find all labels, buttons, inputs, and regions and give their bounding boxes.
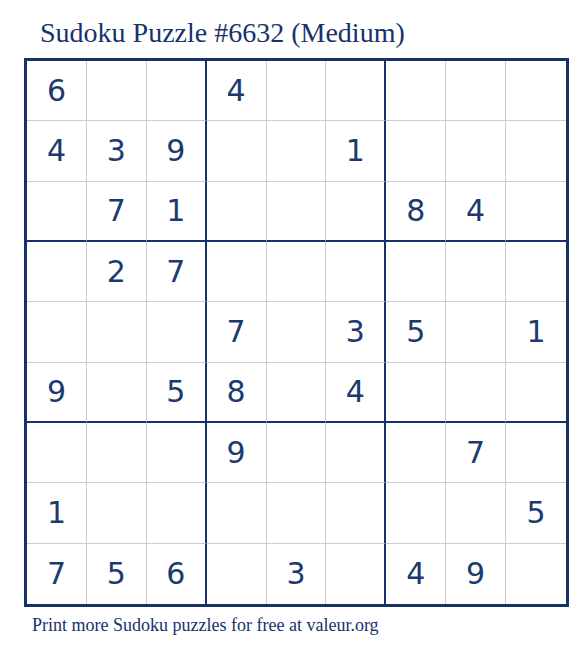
sudoku-cell-empty xyxy=(87,302,147,362)
sudoku-cell-empty xyxy=(506,544,566,604)
sudoku-cell-empty xyxy=(147,483,207,543)
sudoku-cell-given: 7 xyxy=(147,242,207,302)
sudoku-cell-given: 9 xyxy=(207,423,267,483)
sudoku-cell-given: 1 xyxy=(27,483,87,543)
sudoku-cell-given: 2 xyxy=(87,242,147,302)
sudoku-cell-given: 9 xyxy=(147,121,207,181)
sudoku-cell-empty xyxy=(386,61,446,121)
sudoku-cell-empty xyxy=(506,182,566,242)
sudoku-cell-empty xyxy=(87,61,147,121)
sudoku-cell-empty xyxy=(506,242,566,302)
sudoku-cell-given: 5 xyxy=(147,363,207,423)
sudoku-cell-empty xyxy=(207,182,267,242)
sudoku-cell-empty xyxy=(326,544,386,604)
sudoku-cell-given: 3 xyxy=(326,302,386,362)
sudoku-cell-empty xyxy=(267,483,327,543)
sudoku-cell-empty xyxy=(386,423,446,483)
sudoku-cell-empty xyxy=(506,363,566,423)
sudoku-cell-empty xyxy=(207,242,267,302)
sudoku-cell-given: 4 xyxy=(326,363,386,423)
sudoku-cell-given: 6 xyxy=(147,544,207,604)
sudoku-cell-empty xyxy=(326,242,386,302)
sudoku-cell-given: 3 xyxy=(87,121,147,181)
sudoku-cell-empty xyxy=(446,61,506,121)
sudoku-cell-given: 9 xyxy=(446,544,506,604)
sudoku-cell-given: 7 xyxy=(446,423,506,483)
sudoku-cell-given: 5 xyxy=(506,483,566,543)
sudoku-cell-given: 1 xyxy=(147,182,207,242)
sudoku-cell-empty xyxy=(386,121,446,181)
sudoku-cell-empty xyxy=(267,61,327,121)
page-title: Sudoku Puzzle #6632 (Medium) xyxy=(40,16,405,50)
sudoku-cell-empty xyxy=(267,363,327,423)
sudoku-cell-empty xyxy=(267,302,327,362)
sudoku-cell-given: 4 xyxy=(386,544,446,604)
sudoku-cell-empty xyxy=(326,423,386,483)
sudoku-cell-empty xyxy=(386,363,446,423)
sudoku-cell-given: 5 xyxy=(87,544,147,604)
sudoku-cell-given: 4 xyxy=(446,182,506,242)
sudoku-board: 644391718427735195849715756349 xyxy=(24,58,569,607)
sudoku-cell-empty xyxy=(267,121,327,181)
sudoku-cell-empty xyxy=(446,483,506,543)
sudoku-cell-given: 7 xyxy=(87,182,147,242)
sudoku-cell-empty xyxy=(207,483,267,543)
sudoku-cell-empty xyxy=(386,242,446,302)
sudoku-cell-empty xyxy=(267,423,327,483)
sudoku-cell-empty xyxy=(147,302,207,362)
sudoku-cell-given: 8 xyxy=(207,363,267,423)
sudoku-cell-given: 1 xyxy=(326,121,386,181)
sudoku-cell-given: 8 xyxy=(386,182,446,242)
sudoku-cell-given: 9 xyxy=(27,363,87,423)
sudoku-cell-given: 4 xyxy=(207,61,267,121)
sudoku-cell-given: 6 xyxy=(27,61,87,121)
sudoku-cell-empty xyxy=(386,483,446,543)
sudoku-cell-empty xyxy=(147,61,207,121)
sudoku-cell-given: 3 xyxy=(267,544,327,604)
sudoku-cell-empty xyxy=(147,423,207,483)
sudoku-cell-empty xyxy=(27,182,87,242)
sudoku-cell-empty xyxy=(207,544,267,604)
sudoku-cell-empty xyxy=(267,182,327,242)
sudoku-cell-empty xyxy=(87,363,147,423)
sudoku-cell-empty xyxy=(446,302,506,362)
sudoku-cell-empty xyxy=(267,242,327,302)
sudoku-cell-empty xyxy=(506,423,566,483)
sudoku-cell-empty xyxy=(506,121,566,181)
sudoku-cell-given: 1 xyxy=(506,302,566,362)
sudoku-cell-given: 4 xyxy=(27,121,87,181)
sudoku-cell-empty xyxy=(326,61,386,121)
sudoku-cell-empty xyxy=(87,483,147,543)
sudoku-cell-empty xyxy=(326,182,386,242)
sudoku-cell-empty xyxy=(446,121,506,181)
sudoku-cell-empty xyxy=(326,483,386,543)
sudoku-cell-empty xyxy=(446,363,506,423)
sudoku-cell-given: 7 xyxy=(27,544,87,604)
sudoku-cell-given: 5 xyxy=(386,302,446,362)
sudoku-cell-empty xyxy=(27,302,87,362)
sudoku-cell-empty xyxy=(207,121,267,181)
sudoku-cell-empty xyxy=(506,61,566,121)
sudoku-cell-empty xyxy=(446,242,506,302)
footer-text: Print more Sudoku puzzles for free at va… xyxy=(32,613,379,637)
sudoku-cell-given: 7 xyxy=(207,302,267,362)
sudoku-cell-empty xyxy=(27,423,87,483)
sudoku-cell-empty xyxy=(27,242,87,302)
sudoku-cell-empty xyxy=(87,423,147,483)
